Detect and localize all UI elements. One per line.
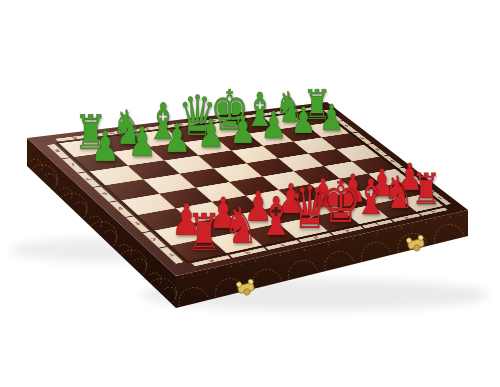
piece-green-pawn-b7[interactable]: ♟ [128, 122, 157, 163]
piece-green-pawn-d7[interactable]: ♟ [197, 114, 224, 153]
piece-red-bishop-c1[interactable]: ♝ [257, 191, 294, 244]
chess-set-product-photo: { "scene": { "description": "Folding woo… [0, 0, 500, 387]
piece-green-pawn-a7[interactable]: ♟ [90, 127, 119, 169]
piece-red-rook-h1[interactable]: ♜ [411, 167, 441, 210]
piece-green-pawn-c7[interactable]: ♟ [163, 118, 191, 158]
piece-red-knight-b1[interactable]: ♞ [223, 200, 258, 251]
piece-red-queen-d1[interactable]: ♛ [289, 179, 330, 238]
piece-red-rook-a1[interactable]: ♜ [186, 208, 222, 259]
piece-green-pawn-e7[interactable]: ♟ [230, 110, 257, 148]
piece-green-pawn-f7[interactable]: ♟ [261, 107, 287, 144]
piece-green-pawn-h7[interactable]: ♟ [319, 100, 344, 136]
piece-green-pawn-g7[interactable]: ♟ [291, 103, 317, 140]
